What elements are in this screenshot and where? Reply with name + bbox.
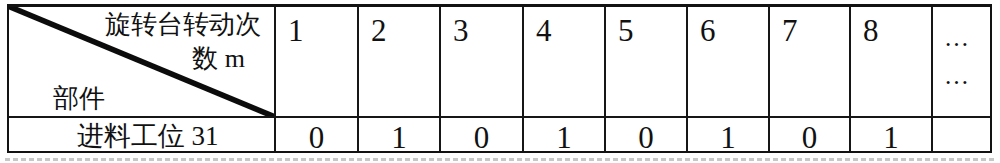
state-cell-m8: 1 — [849, 116, 931, 151]
column-header-5: 5 — [604, 7, 686, 116]
column-header-ellipsis: … … — [931, 7, 990, 116]
state-cell-ellipsis-empty — [931, 116, 990, 151]
column-header-2: 2 — [357, 7, 439, 116]
state-cell-m5: 0 — [604, 116, 686, 151]
state-cell-m6: 1 — [686, 116, 768, 151]
column-header-8: 8 — [849, 7, 931, 116]
corner-label-rotations-line2: 数 m — [192, 46, 245, 72]
state-cell-m3: 0 — [439, 116, 522, 151]
ellipsis-line2: … — [944, 63, 971, 88]
corner-header-cell: 旋转台转动次 数 m 部件 — [9, 7, 274, 116]
state-cell-m4: 1 — [522, 116, 604, 151]
state-cell-m7: 0 — [768, 116, 849, 151]
column-header-3: 3 — [439, 7, 522, 116]
column-header-4: 4 — [522, 7, 604, 116]
column-header-6: 6 — [686, 7, 768, 116]
column-header-1: 1 — [274, 7, 357, 116]
row-label-feed-station-31: 进料工位 31 — [9, 116, 274, 151]
ellipsis-line1: … — [944, 25, 971, 50]
column-header-7: 7 — [768, 7, 849, 116]
corner-label-component: 部件 — [53, 86, 105, 112]
next-row-cutoff-line — [5, 158, 995, 161]
patent-table-figure: 旋转台转动次 数 m 部件 1 2 3 4 5 6 7 8 … … 进料工位 3… — [0, 0, 1000, 163]
state-cell-m2: 1 — [357, 116, 439, 151]
state-cell-m1: 0 — [274, 116, 357, 151]
corner-label-rotations-line1: 旋转台转动次 — [105, 12, 261, 38]
rotation-state-table: 旋转台转动次 数 m 部件 1 2 3 4 5 6 7 8 … … 进料工位 3… — [7, 4, 992, 153]
